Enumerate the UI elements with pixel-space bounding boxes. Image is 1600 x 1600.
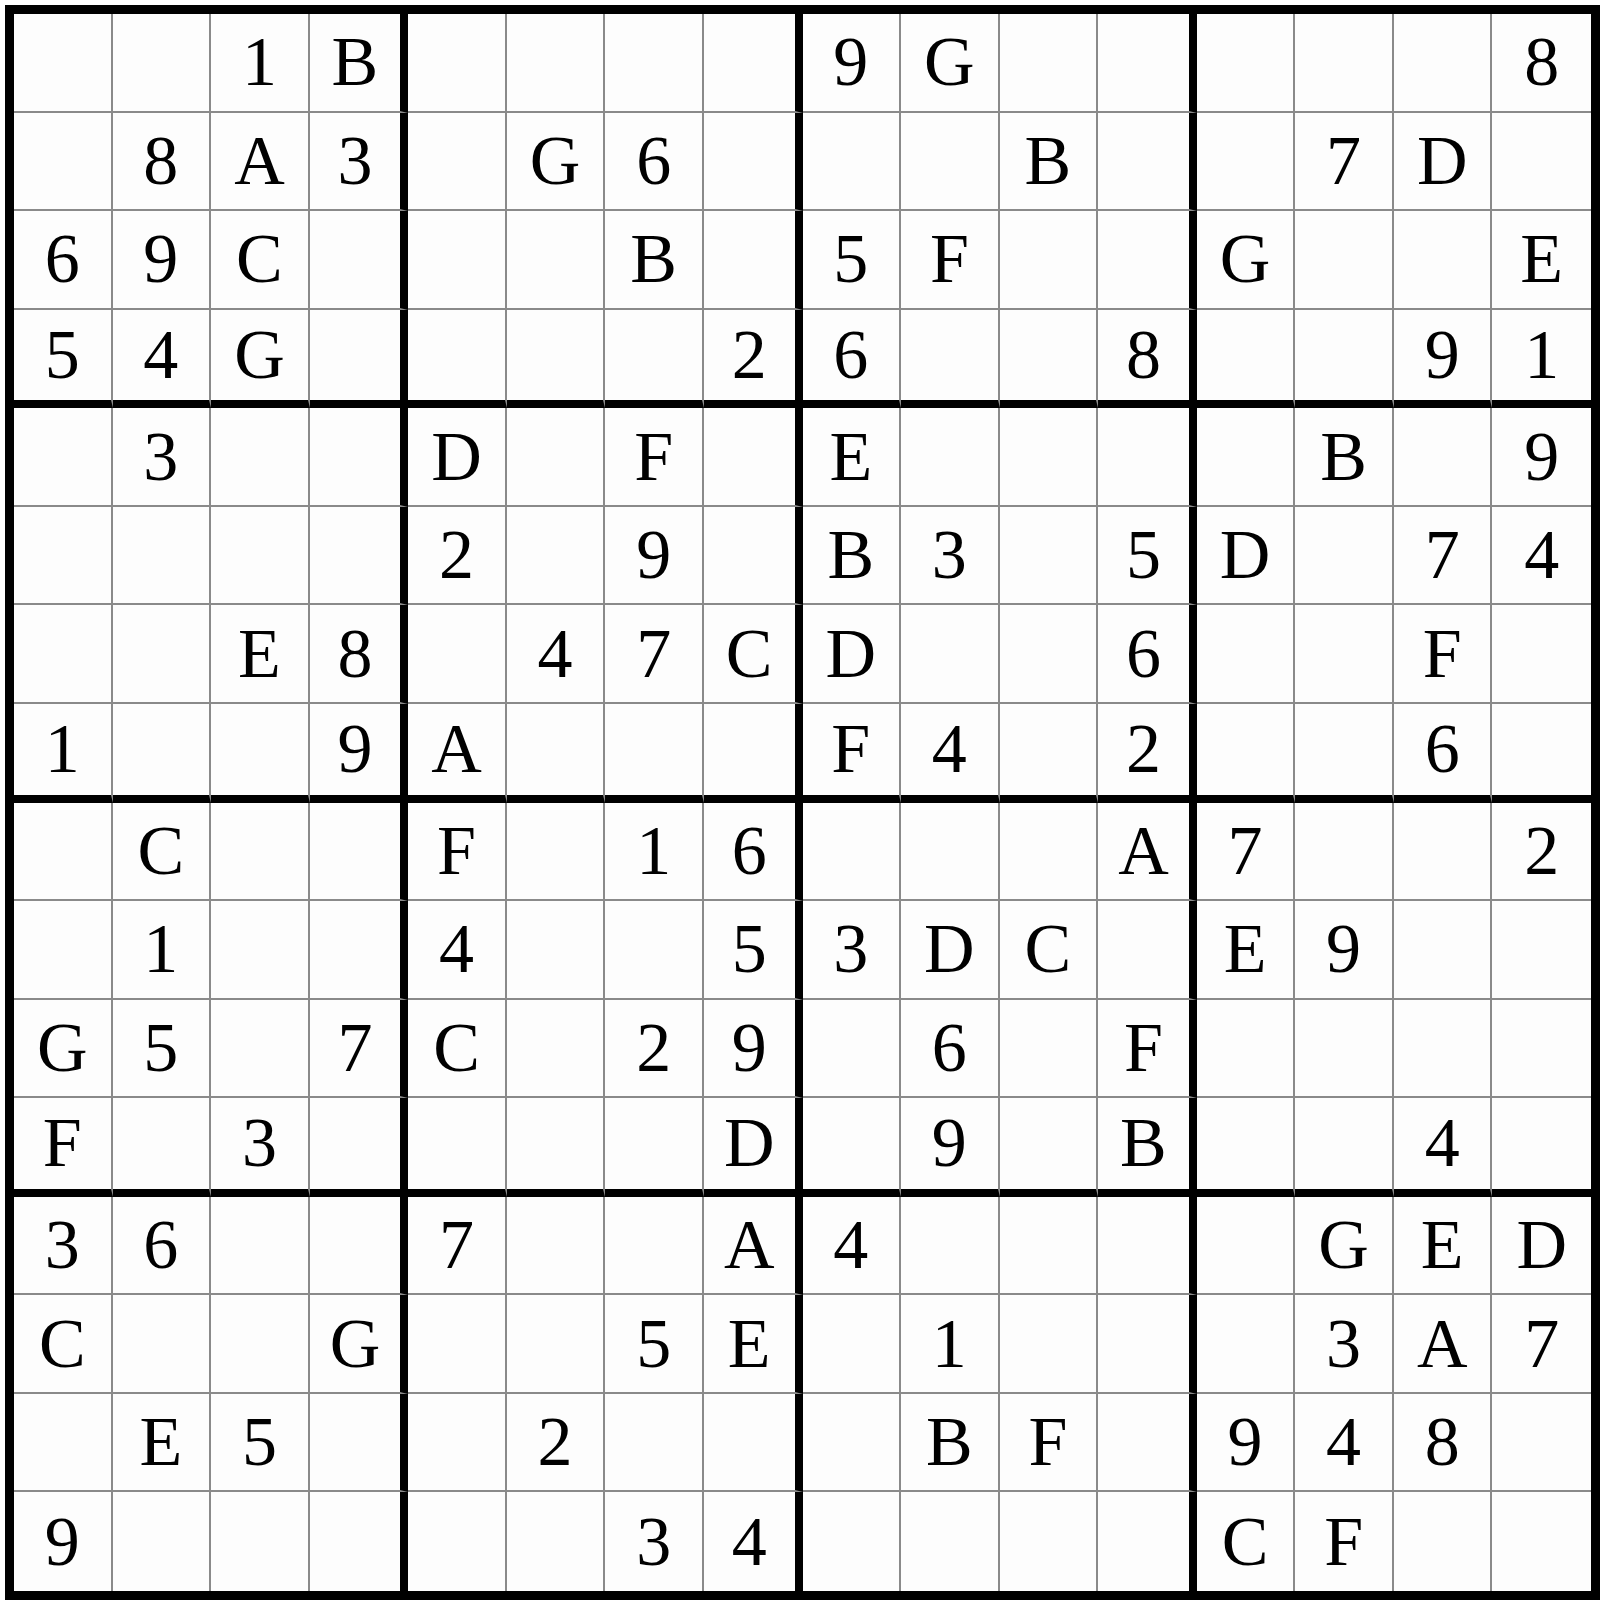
cell-r12c11[interactable] bbox=[1000, 1098, 1099, 1197]
cell-r7c13[interactable] bbox=[1197, 605, 1296, 704]
cell-r9c13[interactable]: 7 bbox=[1197, 803, 1296, 902]
cell-r7c16[interactable] bbox=[1492, 605, 1591, 704]
cell-r4c2[interactable]: 4 bbox=[113, 310, 212, 409]
cell-r5c2[interactable]: 3 bbox=[113, 408, 212, 507]
cell-r7c4[interactable]: 8 bbox=[310, 605, 409, 704]
cell-r16c10[interactable] bbox=[901, 1492, 1000, 1591]
cell-r14c3[interactable] bbox=[211, 1295, 310, 1394]
cell-value: C bbox=[726, 619, 773, 689]
cell-value: B bbox=[926, 1407, 973, 1477]
cell-r7c5[interactable] bbox=[408, 605, 507, 704]
cell-r4c12[interactable]: 8 bbox=[1098, 310, 1197, 409]
cell-value: E bbox=[238, 619, 281, 689]
cell-r5c11[interactable] bbox=[1000, 408, 1099, 507]
cell-r16c12[interactable] bbox=[1098, 1492, 1197, 1591]
cell-r16c4[interactable] bbox=[310, 1492, 409, 1591]
cell-r16c3[interactable] bbox=[211, 1492, 310, 1591]
cell-r15c5[interactable] bbox=[408, 1394, 507, 1493]
cell-r14c7[interactable]: 5 bbox=[605, 1295, 704, 1394]
cell-r14c14[interactable]: 3 bbox=[1295, 1295, 1394, 1394]
cell-r13c12[interactable] bbox=[1098, 1197, 1197, 1296]
cell-value: G bbox=[1220, 224, 1271, 294]
cell-value: 4 bbox=[1326, 1407, 1361, 1477]
cell-value: 4 bbox=[833, 1210, 868, 1280]
cell-r6c14[interactable] bbox=[1295, 507, 1394, 606]
cell-r11c2[interactable]: 5 bbox=[113, 1000, 212, 1099]
cell-r10c9[interactable]: 3 bbox=[803, 901, 902, 1000]
cell-value: 5 bbox=[143, 1013, 178, 1083]
cell-r8c5[interactable]: A bbox=[408, 704, 507, 803]
cell-r1c12[interactable] bbox=[1098, 14, 1197, 113]
cell-value: 3 bbox=[242, 1108, 277, 1178]
cell-r11c11[interactable] bbox=[1000, 1000, 1099, 1099]
cell-r8c13[interactable] bbox=[1197, 704, 1296, 803]
cell-value: 8 bbox=[143, 126, 178, 196]
cell-r12c3[interactable]: 3 bbox=[211, 1098, 310, 1197]
cell-r8c14[interactable] bbox=[1295, 704, 1394, 803]
cell-r4c1[interactable]: 5 bbox=[14, 310, 113, 409]
cell-r16c2[interactable] bbox=[113, 1492, 212, 1591]
cell-r16c7[interactable]: 3 bbox=[605, 1492, 704, 1591]
cell-r7c7[interactable]: 7 bbox=[605, 605, 704, 704]
cell-r15c7[interactable] bbox=[605, 1394, 704, 1493]
cell-value: 4 bbox=[1425, 1108, 1460, 1178]
cell-value: 6 bbox=[833, 320, 868, 390]
cell-r3c7[interactable]: B bbox=[605, 211, 704, 310]
cell-r15c15[interactable]: 8 bbox=[1394, 1394, 1493, 1493]
cell-value: 8 bbox=[337, 619, 372, 689]
cell-r4c9[interactable]: 6 bbox=[803, 310, 902, 409]
cell-r12c14[interactable] bbox=[1295, 1098, 1394, 1197]
cell-r11c9[interactable] bbox=[803, 1000, 902, 1099]
cell-r16c11[interactable] bbox=[1000, 1492, 1099, 1591]
cell-r1c9[interactable]: 9 bbox=[803, 14, 902, 113]
cell-r10c7[interactable] bbox=[605, 901, 704, 1000]
cell-r2c2[interactable]: 8 bbox=[113, 113, 212, 212]
cell-r10c11[interactable]: C bbox=[1000, 901, 1099, 1000]
cell-r11c7[interactable]: 2 bbox=[605, 1000, 704, 1099]
cell-r16c1[interactable]: 9 bbox=[14, 1492, 113, 1591]
cell-r2c4[interactable]: 3 bbox=[310, 113, 409, 212]
cell-r13c4[interactable] bbox=[310, 1197, 409, 1296]
cell-r6c1[interactable] bbox=[14, 507, 113, 606]
cell-r15c11[interactable]: F bbox=[1000, 1394, 1099, 1493]
cell-r11c3[interactable] bbox=[211, 1000, 310, 1099]
cell-r3c3[interactable]: C bbox=[211, 211, 310, 310]
cell-r13c5[interactable]: 7 bbox=[408, 1197, 507, 1296]
cell-r13c14[interactable]: G bbox=[1295, 1197, 1394, 1296]
cell-r13c15[interactable]: E bbox=[1394, 1197, 1493, 1296]
cell-r16c15[interactable] bbox=[1394, 1492, 1493, 1591]
cell-r7c8[interactable]: C bbox=[704, 605, 803, 704]
cell-r16c5[interactable] bbox=[408, 1492, 507, 1591]
cell-r3c9[interactable]: 5 bbox=[803, 211, 902, 310]
cell-r11c6[interactable] bbox=[507, 1000, 606, 1099]
cell-value: 9 bbox=[1524, 422, 1559, 492]
cell-value: 6 bbox=[1126, 619, 1161, 689]
cell-value: 8 bbox=[1425, 1407, 1460, 1477]
cell-r14c12[interactable] bbox=[1098, 1295, 1197, 1394]
cell-value: 6 bbox=[732, 816, 767, 886]
cell-r6c13[interactable]: D bbox=[1197, 507, 1296, 606]
cell-r11c1[interactable]: G bbox=[14, 1000, 113, 1099]
cell-r14c15[interactable]: A bbox=[1394, 1295, 1493, 1394]
cell-r2c7[interactable]: 6 bbox=[605, 113, 704, 212]
cell-value: A bbox=[1417, 1309, 1468, 1379]
cell-value: 1 bbox=[45, 714, 80, 784]
cell-r12c5[interactable] bbox=[408, 1098, 507, 1197]
cell-r4c11[interactable] bbox=[1000, 310, 1099, 409]
cell-r13c11[interactable] bbox=[1000, 1197, 1099, 1296]
cell-r9c9[interactable] bbox=[803, 803, 902, 902]
cell-r5c12[interactable] bbox=[1098, 408, 1197, 507]
cell-r13c6[interactable] bbox=[507, 1197, 606, 1296]
cell-r2c12[interactable] bbox=[1098, 113, 1197, 212]
cell-r12c4[interactable] bbox=[310, 1098, 409, 1197]
cell-value: 9 bbox=[833, 27, 868, 97]
cell-r1c5[interactable] bbox=[408, 14, 507, 113]
cell-r7c2[interactable] bbox=[113, 605, 212, 704]
cell-r1c16[interactable]: 8 bbox=[1492, 14, 1591, 113]
cell-r6c10[interactable]: 3 bbox=[901, 507, 1000, 606]
cell-r4c4[interactable] bbox=[310, 310, 409, 409]
cell-r5c1[interactable] bbox=[14, 408, 113, 507]
cell-r16c9[interactable] bbox=[803, 1492, 902, 1591]
cell-r12c13[interactable] bbox=[1197, 1098, 1296, 1197]
cell-value: D bbox=[724, 1108, 775, 1178]
cell-r3c12[interactable] bbox=[1098, 211, 1197, 310]
cell-r1c10[interactable]: G bbox=[901, 14, 1000, 113]
cell-value: A bbox=[724, 1210, 775, 1280]
cell-r9c1[interactable] bbox=[14, 803, 113, 902]
cell-r11c12[interactable]: F bbox=[1098, 1000, 1197, 1099]
cell-r5c13[interactable] bbox=[1197, 408, 1296, 507]
cell-r3c1[interactable]: 6 bbox=[14, 211, 113, 310]
cell-r2c15[interactable]: D bbox=[1394, 113, 1493, 212]
cell-r4c16[interactable]: 1 bbox=[1492, 310, 1591, 409]
cell-r10c8[interactable]: 5 bbox=[704, 901, 803, 1000]
cell-r9c4[interactable] bbox=[310, 803, 409, 902]
cell-r7c10[interactable] bbox=[901, 605, 1000, 704]
cell-r14c11[interactable] bbox=[1000, 1295, 1099, 1394]
cell-r7c15[interactable]: F bbox=[1394, 605, 1493, 704]
cell-r3c4[interactable] bbox=[310, 211, 409, 310]
cell-r14c13[interactable] bbox=[1197, 1295, 1296, 1394]
cell-r1c8[interactable] bbox=[704, 14, 803, 113]
cell-r7c14[interactable] bbox=[1295, 605, 1394, 704]
cell-r10c1[interactable] bbox=[14, 901, 113, 1000]
cell-r3c6[interactable] bbox=[507, 211, 606, 310]
cell-r10c13[interactable]: E bbox=[1197, 901, 1296, 1000]
cell-r15c13[interactable]: 9 bbox=[1197, 1394, 1296, 1493]
cell-r2c1[interactable] bbox=[14, 113, 113, 212]
cell-r6c12[interactable]: 5 bbox=[1098, 507, 1197, 606]
cell-value: F bbox=[634, 422, 673, 492]
cell-r14c1[interactable]: C bbox=[14, 1295, 113, 1394]
cell-r3c5[interactable] bbox=[408, 211, 507, 310]
cell-value: F bbox=[437, 816, 476, 886]
cell-r7c1[interactable] bbox=[14, 605, 113, 704]
cell-r15c3[interactable]: 5 bbox=[211, 1394, 310, 1493]
cell-r10c14[interactable]: 9 bbox=[1295, 901, 1394, 1000]
cell-r9c3[interactable] bbox=[211, 803, 310, 902]
cell-r12c8[interactable]: D bbox=[704, 1098, 803, 1197]
cell-r8c11[interactable] bbox=[1000, 704, 1099, 803]
cell-r7c9[interactable]: D bbox=[803, 605, 902, 704]
cell-r5c14[interactable]: B bbox=[1295, 408, 1394, 507]
cell-value: 9 bbox=[1326, 914, 1361, 984]
cell-r5c6[interactable] bbox=[507, 408, 606, 507]
cell-r4c3[interactable]: G bbox=[211, 310, 310, 409]
cell-r13c16[interactable]: D bbox=[1492, 1197, 1591, 1296]
cell-value: D bbox=[1417, 126, 1468, 196]
cell-r12c12[interactable]: B bbox=[1098, 1098, 1197, 1197]
cell-value: 1 bbox=[932, 1309, 967, 1379]
cell-r1c6[interactable] bbox=[507, 14, 606, 113]
sudoku-board: 1B9G88A3G6B7D69CB5FGE54G268913DFEB929B35… bbox=[5, 5, 1600, 1600]
cell-r8c8[interactable] bbox=[704, 704, 803, 803]
cell-value: 3 bbox=[1326, 1309, 1361, 1379]
cell-value: 4 bbox=[439, 914, 474, 984]
cell-r1c7[interactable] bbox=[605, 14, 704, 113]
cell-r12c10[interactable]: 9 bbox=[901, 1098, 1000, 1197]
cell-r3c11[interactable] bbox=[1000, 211, 1099, 310]
cell-value: 3 bbox=[143, 422, 178, 492]
cell-r6c7[interactable]: 9 bbox=[605, 507, 704, 606]
cell-r10c2[interactable]: 1 bbox=[113, 901, 212, 1000]
cell-r11c13[interactable] bbox=[1197, 1000, 1296, 1099]
cell-r1c2[interactable] bbox=[113, 14, 212, 113]
cell-r7c11[interactable] bbox=[1000, 605, 1099, 704]
cell-r4c15[interactable]: 9 bbox=[1394, 310, 1493, 409]
cell-r1c14[interactable] bbox=[1295, 14, 1394, 113]
cell-r8c9[interactable]: F bbox=[803, 704, 902, 803]
cell-r6c3[interactable] bbox=[211, 507, 310, 606]
cell-r9c14[interactable] bbox=[1295, 803, 1394, 902]
cell-r14c4[interactable]: G bbox=[310, 1295, 409, 1394]
cell-r2c10[interactable] bbox=[901, 113, 1000, 212]
cell-r4c14[interactable] bbox=[1295, 310, 1394, 409]
cell-r6c8[interactable] bbox=[704, 507, 803, 606]
cell-r15c16[interactable] bbox=[1492, 1394, 1591, 1493]
cell-r9c16[interactable]: 2 bbox=[1492, 803, 1591, 902]
cell-r6c11[interactable] bbox=[1000, 507, 1099, 606]
cell-r1c15[interactable] bbox=[1394, 14, 1493, 113]
cell-r8c16[interactable] bbox=[1492, 704, 1591, 803]
cell-r14c8[interactable]: E bbox=[704, 1295, 803, 1394]
cell-value: 7 bbox=[1228, 816, 1263, 886]
cell-r5c4[interactable] bbox=[310, 408, 409, 507]
cell-r8c15[interactable]: 6 bbox=[1394, 704, 1493, 803]
cell-r6c4[interactable] bbox=[310, 507, 409, 606]
cell-value: D bbox=[924, 914, 975, 984]
cell-r9c15[interactable] bbox=[1394, 803, 1493, 902]
cell-r13c2[interactable]: 6 bbox=[113, 1197, 212, 1296]
cell-r15c2[interactable]: E bbox=[113, 1394, 212, 1493]
cell-r8c3[interactable] bbox=[211, 704, 310, 803]
cell-value: 6 bbox=[45, 224, 80, 294]
cell-r7c3[interactable]: E bbox=[211, 605, 310, 704]
cell-r14c16[interactable]: 7 bbox=[1492, 1295, 1591, 1394]
cell-r13c1[interactable]: 3 bbox=[14, 1197, 113, 1296]
cell-r3c8[interactable] bbox=[704, 211, 803, 310]
cell-r8c4[interactable]: 9 bbox=[310, 704, 409, 803]
cell-value: C bbox=[433, 1013, 480, 1083]
cell-r10c4[interactable] bbox=[310, 901, 409, 1000]
cell-r9c12[interactable]: A bbox=[1098, 803, 1197, 902]
cell-r1c1[interactable] bbox=[14, 14, 113, 113]
cell-r15c9[interactable] bbox=[803, 1394, 902, 1493]
cell-r3c13[interactable]: G bbox=[1197, 211, 1296, 310]
cell-r14c6[interactable] bbox=[507, 1295, 606, 1394]
cell-r12c1[interactable]: F bbox=[14, 1098, 113, 1197]
cell-r16c8[interactable]: 4 bbox=[704, 1492, 803, 1591]
cell-r12c16[interactable] bbox=[1492, 1098, 1591, 1197]
cell-r13c13[interactable] bbox=[1197, 1197, 1296, 1296]
cell-value: 4 bbox=[732, 1507, 767, 1577]
cell-r10c10[interactable]: D bbox=[901, 901, 1000, 1000]
cell-r2c9[interactable] bbox=[803, 113, 902, 212]
cell-r1c4[interactable]: B bbox=[310, 14, 409, 113]
cell-r14c10[interactable]: 1 bbox=[901, 1295, 1000, 1394]
cell-r15c14[interactable]: 4 bbox=[1295, 1394, 1394, 1493]
cell-r15c1[interactable] bbox=[14, 1394, 113, 1493]
cell-r8c12[interactable]: 2 bbox=[1098, 704, 1197, 803]
cell-r6c6[interactable] bbox=[507, 507, 606, 606]
cell-r10c16[interactable] bbox=[1492, 901, 1591, 1000]
cell-r15c4[interactable] bbox=[310, 1394, 409, 1493]
cell-r3c16[interactable]: E bbox=[1492, 211, 1591, 310]
cell-r7c6[interactable]: 4 bbox=[507, 605, 606, 704]
cell-r6c5[interactable]: 2 bbox=[408, 507, 507, 606]
cell-r8c1[interactable]: 1 bbox=[14, 704, 113, 803]
cell-r5c5[interactable]: D bbox=[408, 408, 507, 507]
cell-r14c2[interactable] bbox=[113, 1295, 212, 1394]
cell-r2c5[interactable] bbox=[408, 113, 507, 212]
cell-r5c8[interactable] bbox=[704, 408, 803, 507]
cell-value: B bbox=[1025, 126, 1072, 196]
cell-r1c3[interactable]: 1 bbox=[211, 14, 310, 113]
cell-r9c8[interactable]: 6 bbox=[704, 803, 803, 902]
cell-r4c6[interactable] bbox=[507, 310, 606, 409]
cell-r3c10[interactable]: F bbox=[901, 211, 1000, 310]
cell-r1c13[interactable] bbox=[1197, 14, 1296, 113]
cell-r9c7[interactable]: 1 bbox=[605, 803, 704, 902]
cell-r13c10[interactable] bbox=[901, 1197, 1000, 1296]
cell-value: 7 bbox=[1326, 126, 1361, 196]
cell-r15c6[interactable]: 2 bbox=[507, 1394, 606, 1493]
cell-r5c15[interactable] bbox=[1394, 408, 1493, 507]
cell-r4c7[interactable] bbox=[605, 310, 704, 409]
cell-r5c10[interactable] bbox=[901, 408, 1000, 507]
cell-value: 4 bbox=[143, 320, 178, 390]
cell-r16c14[interactable]: F bbox=[1295, 1492, 1394, 1591]
cell-r10c3[interactable] bbox=[211, 901, 310, 1000]
cell-r5c3[interactable] bbox=[211, 408, 310, 507]
cell-value: 8 bbox=[1524, 27, 1559, 97]
cell-r15c10[interactable]: B bbox=[901, 1394, 1000, 1493]
cell-r4c8[interactable]: 2 bbox=[704, 310, 803, 409]
cell-r8c6[interactable] bbox=[507, 704, 606, 803]
cell-r9c10[interactable] bbox=[901, 803, 1000, 902]
cell-value: C bbox=[236, 224, 283, 294]
cell-r15c12[interactable] bbox=[1098, 1394, 1197, 1493]
cell-r11c8[interactable]: 9 bbox=[704, 1000, 803, 1099]
cell-r5c16[interactable]: 9 bbox=[1492, 408, 1591, 507]
cell-r11c15[interactable] bbox=[1394, 1000, 1493, 1099]
cell-r12c15[interactable]: 4 bbox=[1394, 1098, 1493, 1197]
cell-r2c14[interactable]: 7 bbox=[1295, 113, 1394, 212]
cell-r12c6[interactable] bbox=[507, 1098, 606, 1197]
cell-r2c3[interactable]: A bbox=[211, 113, 310, 212]
cell-r12c2[interactable] bbox=[113, 1098, 212, 1197]
cell-r9c11[interactable] bbox=[1000, 803, 1099, 902]
cell-r3c15[interactable] bbox=[1394, 211, 1493, 310]
cell-r10c15[interactable] bbox=[1394, 901, 1493, 1000]
cell-r12c9[interactable] bbox=[803, 1098, 902, 1197]
cell-r16c6[interactable] bbox=[507, 1492, 606, 1591]
cell-r2c13[interactable] bbox=[1197, 113, 1296, 212]
cell-r2c11[interactable]: B bbox=[1000, 113, 1099, 212]
cell-r6c2[interactable] bbox=[113, 507, 212, 606]
cell-r4c5[interactable] bbox=[408, 310, 507, 409]
cell-value: 3 bbox=[932, 520, 967, 590]
cell-r9c5[interactable]: F bbox=[408, 803, 507, 902]
cell-r9c2[interactable]: C bbox=[113, 803, 212, 902]
cell-r2c6[interactable]: G bbox=[507, 113, 606, 212]
cell-value: 6 bbox=[143, 1210, 178, 1280]
cell-r2c16[interactable] bbox=[1492, 113, 1591, 212]
cell-r4c13[interactable] bbox=[1197, 310, 1296, 409]
cell-r8c10[interactable]: 4 bbox=[901, 704, 1000, 803]
cell-r16c16[interactable] bbox=[1492, 1492, 1591, 1591]
cell-r3c2[interactable]: 9 bbox=[113, 211, 212, 310]
cell-r10c12[interactable] bbox=[1098, 901, 1197, 1000]
cell-r10c6[interactable] bbox=[507, 901, 606, 1000]
cell-r8c2[interactable] bbox=[113, 704, 212, 803]
cell-r1c11[interactable] bbox=[1000, 14, 1099, 113]
cell-r13c7[interactable] bbox=[605, 1197, 704, 1296]
cell-r11c16[interactable] bbox=[1492, 1000, 1591, 1099]
cell-r12c7[interactable] bbox=[605, 1098, 704, 1197]
cell-r10c5[interactable]: 4 bbox=[408, 901, 507, 1000]
cell-r5c7[interactable]: F bbox=[605, 408, 704, 507]
cell-r13c9[interactable]: 4 bbox=[803, 1197, 902, 1296]
cell-r7c12[interactable]: 6 bbox=[1098, 605, 1197, 704]
cell-r15c8[interactable] bbox=[704, 1394, 803, 1493]
cell-r8c7[interactable] bbox=[605, 704, 704, 803]
cell-r14c5[interactable] bbox=[408, 1295, 507, 1394]
cell-r5c9[interactable]: E bbox=[803, 408, 902, 507]
cell-value: C bbox=[1222, 1507, 1269, 1577]
cell-r6c16[interactable]: 4 bbox=[1492, 507, 1591, 606]
cell-r11c4[interactable]: 7 bbox=[310, 1000, 409, 1099]
cell-r4c10[interactable] bbox=[901, 310, 1000, 409]
cell-r14c9[interactable] bbox=[803, 1295, 902, 1394]
cell-r11c14[interactable] bbox=[1295, 1000, 1394, 1099]
cell-r13c8[interactable]: A bbox=[704, 1197, 803, 1296]
cell-r11c10[interactable]: 6 bbox=[901, 1000, 1000, 1099]
cell-r6c9[interactable]: B bbox=[803, 507, 902, 606]
cell-r11c5[interactable]: C bbox=[408, 1000, 507, 1099]
cell-value: 5 bbox=[732, 914, 767, 984]
cell-r16c13[interactable]: C bbox=[1197, 1492, 1296, 1591]
cell-r6c15[interactable]: 7 bbox=[1394, 507, 1493, 606]
cell-r13c3[interactable] bbox=[211, 1197, 310, 1296]
cell-r9c6[interactable] bbox=[507, 803, 606, 902]
cell-r2c8[interactable] bbox=[704, 113, 803, 212]
cell-r3c14[interactable] bbox=[1295, 211, 1394, 310]
